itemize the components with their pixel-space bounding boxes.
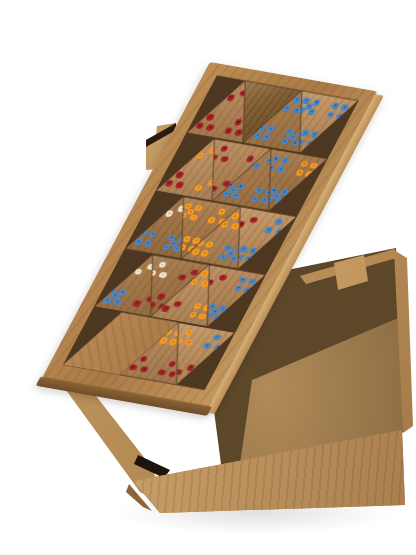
pip-dot-blue (213, 314, 223, 321)
product-photo-scene (0, 0, 416, 555)
pip-dot-orange (309, 162, 319, 169)
pip-dot-blue (274, 198, 284, 205)
pip-dot-orange (304, 171, 314, 178)
pip-dot-blue (247, 278, 257, 285)
pip-dot-blue (218, 305, 228, 312)
pip-dot-blue (279, 189, 289, 196)
pip-dot-blue (340, 104, 350, 111)
pip-dot-blue (335, 113, 345, 120)
